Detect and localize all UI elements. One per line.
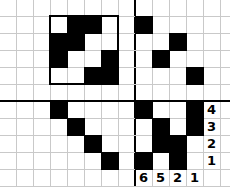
black-cell-r2-c5 [101, 50, 119, 68]
black-cell-r1-c3 [67, 33, 85, 51]
number-label-r9-c10: 1 [186, 169, 203, 186]
black-cell-r2-c2 [50, 50, 68, 68]
number-label-r6-c11: 3 [203, 118, 220, 135]
black-cell-r8-c9 [169, 152, 187, 170]
black-cell-r1-c9 [169, 33, 187, 51]
number-label-r9-c7: 6 [135, 169, 152, 186]
black-cell-r5-c7 [135, 101, 153, 119]
black-cell-r5-c10 [186, 101, 204, 119]
black-cell-r2-c8 [152, 50, 170, 68]
black-cell-r1-c2 [50, 33, 68, 51]
grid-vline [33, 0, 34, 187]
black-cell-r7-c8 [152, 135, 170, 153]
black-cell-r0-c3 [67, 16, 85, 34]
black-cell-r8-c7 [135, 152, 153, 170]
black-cell-r6-c10 [186, 118, 204, 136]
black-cell-r7-c4 [84, 135, 102, 153]
black-cell-r0-c4 [84, 16, 102, 34]
black-cell-r3-c5 [101, 67, 119, 85]
number-label-r9-c8: 5 [152, 169, 169, 186]
number-label-r7-c11: 2 [203, 135, 220, 152]
number-label-r5-c11: 4 [203, 101, 220, 118]
grid-vline [16, 0, 17, 187]
grid-vline [220, 0, 221, 187]
black-cell-r0-c7 [135, 16, 153, 34]
grid-hline [0, 186, 230, 187]
black-cell-r8-c5 [101, 152, 119, 170]
black-cell-r5-c2 [50, 101, 68, 119]
number-label-r9-c9: 2 [169, 169, 186, 186]
number-label-r8-c11: 1 [203, 152, 220, 169]
black-cell-r6-c3 [67, 118, 85, 136]
puzzle-board: 43216521 [0, 0, 230, 187]
black-cell-r7-c9 [169, 135, 187, 153]
black-cell-r3-c10 [186, 67, 204, 85]
black-cell-r6-c8 [152, 118, 170, 136]
black-cell-r3-c4 [84, 67, 102, 85]
